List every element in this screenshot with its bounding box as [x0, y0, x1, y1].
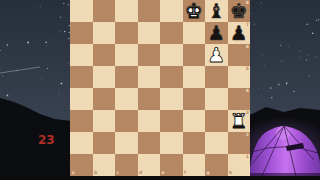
square-e6[interactable] — [160, 44, 183, 66]
square-b3[interactable] — [93, 110, 116, 132]
file-label: f — [184, 171, 186, 176]
rank-label: 4 — [246, 89, 249, 94]
file-label: c — [117, 171, 120, 176]
square-d5[interactable] — [138, 66, 161, 88]
file-label: d — [139, 171, 142, 176]
square-f2[interactable] — [183, 132, 206, 154]
move-counter: 23 — [38, 133, 55, 147]
square-h5[interactable]: 5 — [228, 66, 251, 88]
square-b4[interactable] — [93, 88, 116, 110]
square-g5[interactable] — [205, 66, 228, 88]
square-b8[interactable] — [93, 0, 116, 22]
square-f7[interactable] — [183, 22, 206, 44]
black-pawn[interactable]: ♟ — [205, 22, 228, 44]
square-b7[interactable] — [93, 22, 116, 44]
square-h8[interactable]: 8♚ — [228, 0, 251, 22]
square-c3[interactable] — [115, 110, 138, 132]
square-d8[interactable] — [138, 0, 161, 22]
square-b2[interactable] — [93, 132, 116, 154]
square-c1[interactable]: c — [115, 154, 138, 176]
square-d6[interactable] — [138, 44, 161, 66]
square-f8[interactable]: ♚ — [183, 0, 206, 22]
square-e5[interactable] — [160, 66, 183, 88]
square-b5[interactable] — [93, 66, 116, 88]
square-g4[interactable] — [205, 88, 228, 110]
file-label: a — [72, 171, 75, 176]
square-h3[interactable]: 3♜ — [228, 110, 251, 132]
square-e1[interactable]: e — [160, 154, 183, 176]
square-g3[interactable] — [205, 110, 228, 132]
rank-label: 5 — [246, 67, 249, 72]
square-c8[interactable] — [115, 0, 138, 22]
square-e2[interactable] — [160, 132, 183, 154]
square-d3[interactable] — [138, 110, 161, 132]
white-pawn[interactable]: ♟ — [205, 44, 228, 66]
square-g6[interactable]: ♟ — [205, 44, 228, 66]
square-g8[interactable]: ♝ — [205, 0, 228, 22]
square-d4[interactable] — [138, 88, 161, 110]
file-label: h — [229, 171, 232, 176]
rank-label: 6 — [246, 45, 249, 50]
file-label: e — [162, 171, 165, 176]
square-f1[interactable]: f — [183, 154, 206, 176]
black-bishop[interactable]: ♝ — [205, 0, 228, 22]
square-g2[interactable] — [205, 132, 228, 154]
square-c6[interactable] — [115, 44, 138, 66]
square-a5[interactable] — [70, 66, 93, 88]
file-label: g — [207, 171, 210, 176]
square-c7[interactable] — [115, 22, 138, 44]
white-rook[interactable]: ♜ — [228, 110, 251, 132]
black-pawn[interactable]: ♟ — [228, 22, 251, 44]
square-f4[interactable] — [183, 88, 206, 110]
square-d1[interactable]: d — [138, 154, 161, 176]
file-label: b — [94, 171, 97, 176]
video-frame: ♚♝8♚♟7♟♟6543♜2abcdefg1h 23 — [0, 0, 320, 180]
square-b6[interactable] — [93, 44, 116, 66]
square-e8[interactable] — [160, 0, 183, 22]
square-g7[interactable]: ♟ — [205, 22, 228, 44]
square-a8[interactable] — [70, 0, 93, 22]
square-a3[interactable] — [70, 110, 93, 132]
chess-board[interactable]: ♚♝8♚♟7♟♟6543♜2abcdefg1h — [70, 0, 250, 176]
square-a6[interactable] — [70, 44, 93, 66]
black-king[interactable]: ♚ — [228, 0, 251, 22]
square-c4[interactable] — [115, 88, 138, 110]
square-c2[interactable] — [115, 132, 138, 154]
square-a7[interactable] — [70, 22, 93, 44]
white-king[interactable]: ♚ — [183, 0, 206, 22]
square-h2[interactable]: 2 — [228, 132, 251, 154]
square-h6[interactable]: 6 — [228, 44, 251, 66]
square-g1[interactable]: g — [205, 154, 228, 176]
square-c5[interactable] — [115, 66, 138, 88]
square-f6[interactable] — [183, 44, 206, 66]
square-h1[interactable]: 1h — [228, 154, 251, 176]
square-a1[interactable]: a — [70, 154, 93, 176]
square-a2[interactable] — [70, 132, 93, 154]
rank-label: 2 — [246, 133, 249, 138]
square-b1[interactable]: b — [93, 154, 116, 176]
square-f5[interactable] — [183, 66, 206, 88]
square-e3[interactable] — [160, 110, 183, 132]
square-h7[interactable]: 7♟ — [228, 22, 251, 44]
rank-label: 1 — [246, 155, 249, 160]
square-d7[interactable] — [138, 22, 161, 44]
bottom-letterbox-bar — [0, 176, 320, 180]
square-h4[interactable]: 4 — [228, 88, 251, 110]
square-f3[interactable] — [183, 110, 206, 132]
square-e4[interactable] — [160, 88, 183, 110]
square-e7[interactable] — [160, 22, 183, 44]
square-d2[interactable] — [138, 132, 161, 154]
square-a4[interactable] — [70, 88, 93, 110]
